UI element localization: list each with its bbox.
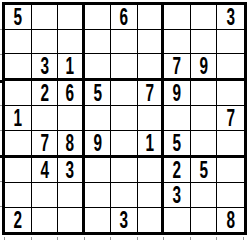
cell-r1c8[interactable]	[191, 5, 218, 30]
cell-r4c3[interactable]: 6	[58, 81, 85, 106]
cell-r4c8[interactable]	[191, 81, 218, 106]
cell-r7c5[interactable]	[111, 158, 138, 183]
cell-r5c1[interactable]: 1	[5, 106, 32, 131]
cell-r9c6[interactable]	[138, 208, 165, 232]
cell-r8c9[interactable]	[217, 183, 244, 208]
cell-r4c1[interactable]	[5, 81, 32, 106]
given-digit: 2	[173, 158, 182, 182]
given-digit: 5	[13, 5, 22, 29]
cell-r1c3[interactable]	[58, 5, 85, 30]
given-digit: 3	[66, 158, 75, 182]
cell-r6c2[interactable]: 7	[32, 131, 59, 158]
cell-r9c5[interactable]: 3	[111, 208, 138, 232]
cell-r3c6[interactable]	[138, 54, 165, 81]
given-digit: 9	[93, 131, 102, 155]
cell-r3c7[interactable]: 7	[164, 54, 191, 81]
grid-tick	[110, 237, 111, 240]
cell-r2c2[interactable]	[32, 30, 59, 54]
cell-r6c6[interactable]: 1	[138, 131, 165, 158]
cell-r9c7[interactable]	[164, 208, 191, 232]
cell-r5c5[interactable]	[111, 106, 138, 131]
given-digit: 8	[226, 208, 235, 232]
cell-r7c3[interactable]: 3	[58, 158, 85, 183]
cell-r5c9[interactable]: 7	[217, 106, 244, 131]
given-digit: 3	[40, 54, 49, 78]
grid-tick	[0, 130, 2, 131]
given-digit: 3	[120, 208, 129, 232]
grid-tick	[57, 237, 58, 240]
cell-r5c3[interactable]	[58, 106, 85, 131]
cell-r4c9[interactable]	[217, 81, 244, 106]
cell-r2c4[interactable]	[85, 30, 112, 54]
cell-r7c4[interactable]	[85, 158, 112, 183]
cell-r7c6[interactable]	[138, 158, 165, 183]
cell-r1c9[interactable]: 3	[217, 5, 244, 30]
cell-r9c4[interactable]	[85, 208, 112, 232]
cell-r8c2[interactable]	[32, 183, 59, 208]
grid-tick	[0, 181, 2, 182]
grid-tick	[0, 80, 2, 83]
cell-r1c1[interactable]: 5	[5, 5, 32, 30]
cell-r6c9[interactable]	[217, 131, 244, 158]
cell-r6c8[interactable]	[191, 131, 218, 158]
cell-r6c1[interactable]	[5, 131, 32, 158]
cell-r9c1[interactable]: 2	[5, 208, 32, 232]
given-digit: 7	[145, 81, 154, 105]
cell-r2c6[interactable]	[138, 30, 165, 54]
grid-tick	[84, 237, 85, 240]
cell-r3c9[interactable]	[217, 54, 244, 81]
grid-tick	[0, 105, 2, 106]
cell-r9c2[interactable]	[32, 208, 59, 232]
given-digit: 3	[226, 5, 235, 29]
cell-r3c2[interactable]: 3	[32, 54, 59, 81]
cell-r7c2[interactable]: 4	[32, 158, 59, 183]
cell-r2c8[interactable]	[191, 30, 218, 54]
grid-tick	[0, 29, 2, 30]
cell-r1c6[interactable]	[138, 5, 165, 30]
cell-r2c7[interactable]	[164, 30, 191, 54]
cell-r8c7[interactable]: 3	[164, 183, 191, 208]
cell-r6c5[interactable]	[111, 131, 138, 158]
given-digit: 4	[40, 158, 49, 182]
cell-r5c6[interactable]	[138, 106, 165, 131]
cell-r5c2[interactable]	[32, 106, 59, 131]
cell-r4c5[interactable]	[111, 81, 138, 106]
given-digit: 8	[66, 131, 75, 155]
cell-r4c4[interactable]: 5	[85, 81, 112, 106]
cell-r2c1[interactable]	[5, 30, 32, 54]
cell-r8c8[interactable]	[191, 183, 218, 208]
cell-r1c5[interactable]: 6	[111, 5, 138, 30]
sudoku-screenshot: 563317926579177891543253238	[0, 0, 250, 241]
cell-r9c8[interactable]	[191, 208, 218, 232]
grid-tick	[216, 237, 217, 240]
cell-r4c7[interactable]: 9	[164, 81, 191, 106]
given-digit: 6	[120, 5, 129, 29]
grid-tick	[0, 155, 2, 158]
cell-r6c3[interactable]: 8	[58, 131, 85, 158]
cell-r8c4[interactable]	[85, 183, 112, 208]
cell-r7c8[interactable]: 5	[191, 158, 218, 183]
given-digit: 3	[173, 183, 182, 207]
cell-r1c4[interactable]	[85, 5, 112, 30]
grid-tick	[163, 237, 164, 240]
sudoku-board: 563317926579177891543253238	[2, 2, 247, 235]
grid-tick	[0, 206, 2, 207]
cell-r2c5[interactable]	[111, 30, 138, 54]
cell-r7c7[interactable]: 2	[164, 158, 191, 183]
given-digit: 7	[40, 131, 49, 155]
cell-r3c4[interactable]	[85, 54, 112, 81]
given-digit: 5	[173, 131, 182, 155]
given-digit: 5	[199, 158, 208, 182]
grid-tick	[0, 54, 2, 55]
cell-r3c3[interactable]: 1	[58, 54, 85, 81]
cell-r4c6[interactable]: 7	[138, 81, 165, 106]
grid-tick	[243, 237, 244, 240]
cell-r5c4[interactable]	[85, 106, 112, 131]
cell-r7c1[interactable]	[5, 158, 32, 183]
cell-r1c7[interactable]	[164, 5, 191, 30]
given-digit: 9	[173, 81, 182, 105]
grid-tick	[4, 237, 5, 240]
given-digit: 1	[145, 131, 154, 155]
cell-r9c9[interactable]: 8	[217, 208, 244, 232]
cell-r2c9[interactable]	[217, 30, 244, 54]
cell-r9c3[interactable]	[58, 208, 85, 232]
grid-tick	[137, 237, 138, 240]
given-digit: 2	[40, 81, 49, 105]
cell-r3c8[interactable]: 9	[191, 54, 218, 81]
cell-r1c2[interactable]	[32, 5, 59, 30]
given-digit: 6	[66, 81, 75, 105]
given-digit: 7	[173, 54, 182, 78]
cell-r3c1[interactable]	[5, 54, 32, 81]
cell-r8c6[interactable]	[138, 183, 165, 208]
cell-r5c7[interactable]	[164, 106, 191, 131]
cell-r4c2[interactable]: 2	[32, 81, 59, 106]
cell-r8c5[interactable]	[111, 183, 138, 208]
cell-r6c4[interactable]: 9	[85, 131, 112, 158]
given-digit: 9	[199, 54, 208, 78]
given-digit: 1	[13, 106, 22, 130]
given-digit: 1	[66, 54, 75, 78]
grid-tick	[190, 237, 191, 240]
cell-r8c1[interactable]	[5, 183, 32, 208]
given-digit: 7	[226, 106, 235, 130]
given-digit: 2	[13, 208, 22, 232]
cell-r7c9[interactable]	[217, 158, 244, 183]
cell-r8c3[interactable]	[58, 183, 85, 208]
given-digit: 5	[93, 81, 102, 105]
cell-r2c3[interactable]	[58, 30, 85, 54]
grid-tick	[31, 237, 32, 240]
cell-r3c5[interactable]	[111, 54, 138, 81]
cell-r6c7[interactable]: 5	[164, 131, 191, 158]
cell-r5c8[interactable]	[191, 106, 218, 131]
